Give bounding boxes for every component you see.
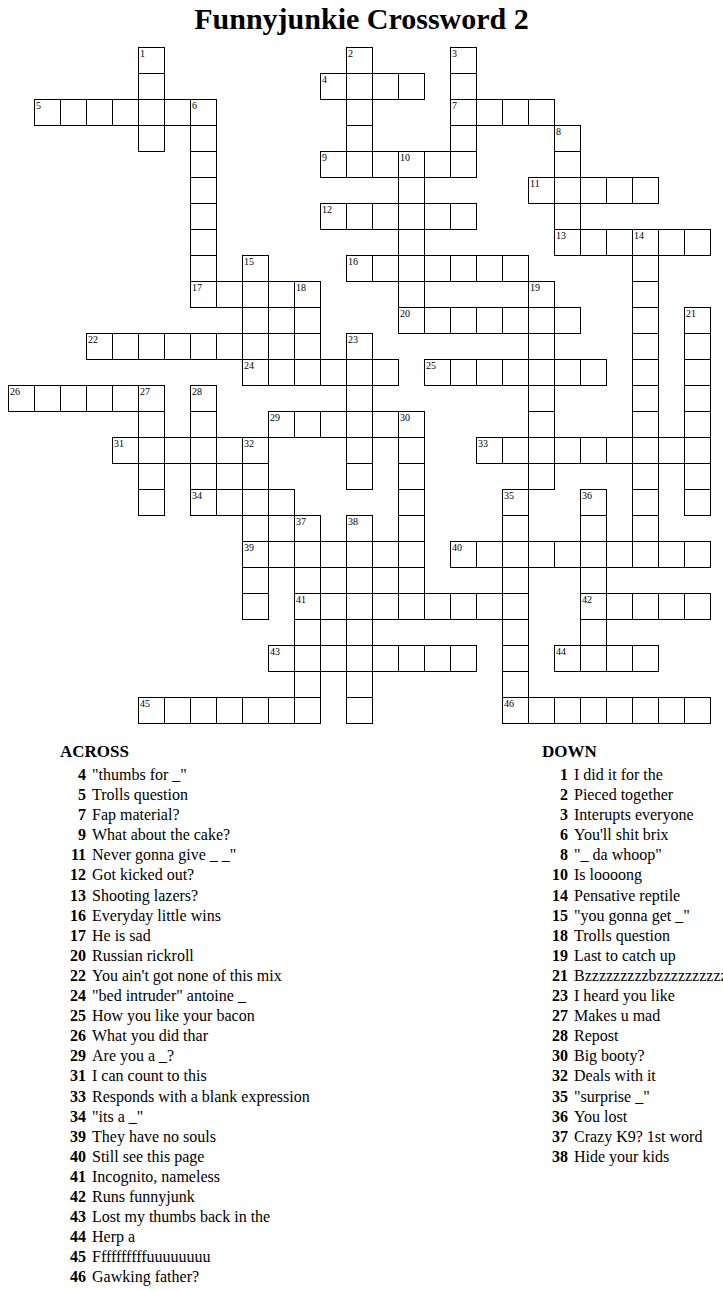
grid-cell[interactable] [580, 177, 607, 204]
grid-cell[interactable] [476, 541, 503, 568]
cell-number: 29 [270, 413, 280, 423]
grid-cell[interactable] [658, 229, 685, 256]
grid-cell[interactable] [372, 255, 399, 282]
grid-cell[interactable] [34, 385, 61, 412]
cell-number: 17 [192, 283, 202, 293]
grid-cell[interactable] [164, 333, 191, 360]
grid-cell[interactable] [606, 177, 633, 204]
clue-number: 37 [540, 1127, 568, 1147]
grid-cell[interactable] [294, 697, 321, 724]
grid-cell[interactable] [190, 177, 217, 204]
grid-cell[interactable] [580, 229, 607, 256]
grid-cell[interactable] [112, 385, 139, 412]
clue-text: Still see this page [92, 1147, 204, 1167]
grid-cell[interactable] [580, 437, 607, 464]
clue-item: 34"its a _" [58, 1107, 478, 1127]
grid-cell[interactable] [242, 463, 269, 490]
grid-cell[interactable] [528, 411, 555, 438]
grid-cell[interactable] [502, 541, 529, 568]
grid-cell[interactable] [372, 73, 399, 100]
down-clue-list: 1I did it for the2Pieced together3Interu… [540, 765, 723, 1167]
grid-cell[interactable] [60, 385, 87, 412]
clue-text: Gawking father? [92, 1267, 199, 1287]
clue-number: 35 [540, 1087, 568, 1107]
grid-cell[interactable] [502, 437, 529, 464]
clue-text: You'll shit brix [574, 825, 669, 845]
grid-cell[interactable] [346, 619, 373, 646]
clue-number: 1 [540, 765, 568, 785]
grid-cell[interactable] [580, 619, 607, 646]
grid-cell[interactable] [242, 567, 269, 594]
grid-cell[interactable] [112, 99, 139, 126]
grid-cell[interactable] [606, 645, 633, 672]
grid-cell[interactable] [346, 645, 373, 672]
clue-number: 26 [58, 1026, 86, 1046]
grid-cell[interactable] [216, 333, 243, 360]
grid-cell[interactable] [346, 697, 373, 724]
grid-cell[interactable] [554, 307, 581, 334]
cell-number: 32 [244, 439, 254, 449]
grid-cell[interactable] [242, 515, 269, 542]
grid-cell[interactable] [684, 463, 711, 490]
grid-cell[interactable] [138, 411, 165, 438]
grid-cell[interactable] [684, 437, 711, 464]
grid-cell[interactable] [398, 203, 425, 230]
grid-cell[interactable] [294, 645, 321, 672]
grid-cell[interactable] [606, 697, 633, 724]
grid-cell[interactable] [242, 697, 269, 724]
grid-cell[interactable] [424, 593, 451, 620]
grid-cell[interactable] [450, 645, 477, 672]
clue-item: 35"surprise _" [540, 1087, 723, 1107]
grid-cell[interactable] [424, 645, 451, 672]
grid-cell[interactable] [528, 359, 555, 386]
grid-cell[interactable] [190, 125, 217, 152]
grid-cell[interactable] [580, 359, 607, 386]
clue-text: Incognito, nameless [92, 1167, 220, 1187]
grid-cell[interactable] [190, 697, 217, 724]
grid-cell[interactable] [190, 203, 217, 230]
clue-number: 25 [58, 1006, 86, 1026]
grid-cell[interactable] [268, 333, 295, 360]
grid-cell[interactable] [242, 333, 269, 360]
grid-cell[interactable] [632, 281, 659, 308]
grid-cell[interactable] [372, 645, 399, 672]
grid-cell[interactable] [138, 99, 165, 126]
grid-cell[interactable] [346, 151, 373, 178]
grid-cell[interactable] [554, 541, 581, 568]
clue-text: Trolls question [574, 926, 670, 946]
grid-cell[interactable] [372, 411, 399, 438]
clue-text: "_ da whoop" [574, 845, 662, 865]
clue-item: 33Responds with a blank expression [58, 1087, 478, 1107]
grid-cell[interactable] [164, 99, 191, 126]
grid-cell[interactable] [554, 177, 581, 204]
clue-number: 11 [58, 845, 86, 865]
clue-text: Last to catch up [574, 946, 676, 966]
cell-number: 20 [400, 309, 410, 319]
grid-cell[interactable] [138, 333, 165, 360]
grid-cell[interactable] [450, 73, 477, 100]
grid-cell[interactable] [398, 515, 425, 542]
grid-cell[interactable] [138, 463, 165, 490]
grid-cell[interactable] [632, 541, 659, 568]
grid-cell[interactable] [268, 697, 295, 724]
grid-cell[interactable] [346, 567, 373, 594]
cell-number: 41 [296, 595, 306, 605]
grid-cell[interactable] [86, 385, 113, 412]
grid-cell[interactable] [450, 151, 477, 178]
grid-cell[interactable] [528, 333, 555, 360]
grid-cell[interactable] [138, 437, 165, 464]
clue-text: Big booty? [574, 1046, 645, 1066]
clue-text: He is sad [92, 926, 151, 946]
grid-cell[interactable] [684, 697, 711, 724]
grid-cell[interactable] [138, 73, 165, 100]
clue-number: 45 [58, 1247, 86, 1267]
clue-item: 36You lost [540, 1107, 723, 1127]
grid-cell[interactable] [554, 359, 581, 386]
clue-item: 3Interupts everyone [540, 805, 723, 825]
clue-item: 26What you did thar [58, 1026, 478, 1046]
grid-cell[interactable] [528, 463, 555, 490]
grid-cell[interactable] [294, 411, 321, 438]
grid-cell[interactable] [372, 151, 399, 178]
grid-cell[interactable] [242, 593, 269, 620]
clue-text: Pieced together [574, 785, 673, 805]
grid-cell[interactable] [398, 437, 425, 464]
clue-number: 33 [58, 1087, 86, 1107]
grid-cell[interactable] [424, 307, 451, 334]
clue-item: 41Incognito, nameless [58, 1167, 478, 1187]
grid-cell[interactable] [502, 619, 529, 646]
grid-cell[interactable] [268, 281, 295, 308]
clue-item: 27Makes u mad [540, 1006, 723, 1026]
cell-number: 26 [10, 387, 20, 397]
clue-item: 18Trolls question [540, 926, 723, 946]
grid-cell[interactable] [346, 671, 373, 698]
clue-item: 6You'll shit brix [540, 825, 723, 845]
grid-cell[interactable] [450, 593, 477, 620]
cell-number: 46 [504, 699, 514, 709]
grid-cell[interactable] [320, 359, 347, 386]
grid-cell[interactable] [502, 99, 529, 126]
clue-text: "bed intruder" antoine _ [92, 986, 246, 1006]
clue-item: 31I can count to this [58, 1066, 478, 1086]
grid-cell[interactable] [554, 151, 581, 178]
cell-number: 44 [556, 647, 566, 657]
grid-cell[interactable] [502, 593, 529, 620]
grid-cell[interactable] [606, 541, 633, 568]
grid-cell[interactable] [346, 411, 373, 438]
grid-cell[interactable] [372, 593, 399, 620]
grid-cell[interactable] [398, 463, 425, 490]
cell-number: 5 [36, 101, 41, 111]
grid-cell[interactable] [632, 307, 659, 334]
grid-cell[interactable] [398, 645, 425, 672]
grid-cell[interactable] [372, 203, 399, 230]
cell-number: 40 [452, 543, 462, 553]
cell-number: 28 [192, 387, 202, 397]
grid-cell[interactable] [320, 541, 347, 568]
grid-cell[interactable] [528, 307, 555, 334]
grid-cell[interactable] [632, 463, 659, 490]
clue-item: 38Hide your kids [540, 1147, 723, 1167]
grid-cell[interactable] [450, 125, 477, 152]
grid-cell[interactable] [528, 437, 555, 464]
grid-cell[interactable] [216, 697, 243, 724]
grid-cell[interactable] [190, 437, 217, 464]
clue-number: 43 [58, 1207, 86, 1227]
grid-cell[interactable] [502, 671, 529, 698]
clue-number: 28 [540, 1026, 568, 1046]
grid-cell[interactable] [528, 541, 555, 568]
grid-cell[interactable] [346, 125, 373, 152]
grid-cell[interactable] [60, 99, 87, 126]
clue-text: You lost [574, 1107, 627, 1127]
grid-cell[interactable] [398, 281, 425, 308]
cell-number: 34 [192, 491, 202, 501]
grid-cell[interactable] [684, 411, 711, 438]
clue-text: Everyday little wins [92, 906, 221, 926]
grid-cell[interactable] [190, 333, 217, 360]
cell-number: 8 [556, 127, 561, 137]
grid-cell[interactable] [138, 489, 165, 516]
clue-item: 1I did it for the [540, 765, 723, 785]
grid-cell[interactable] [294, 671, 321, 698]
grid-cell[interactable] [320, 645, 347, 672]
grid-cell[interactable] [528, 99, 555, 126]
grid-cell[interactable] [658, 437, 685, 464]
grid-cell[interactable] [242, 489, 269, 516]
clue-number: 40 [58, 1147, 86, 1167]
grid-cell[interactable] [190, 411, 217, 438]
grid-cell[interactable] [398, 489, 425, 516]
grid-cell[interactable] [398, 177, 425, 204]
grid-cell[interactable] [476, 359, 503, 386]
grid-cell[interactable] [554, 437, 581, 464]
clue-number: 46 [58, 1267, 86, 1287]
grid-cell[interactable] [346, 73, 373, 100]
grid-cell[interactable] [294, 359, 321, 386]
grid-cell[interactable] [398, 255, 425, 282]
grid-cell[interactable] [346, 593, 373, 620]
grid-cell[interactable] [86, 99, 113, 126]
grid-cell[interactable] [320, 411, 347, 438]
grid-cell[interactable] [476, 307, 503, 334]
cell-number: 22 [88, 335, 98, 345]
grid-cell[interactable] [632, 515, 659, 542]
grid-cell[interactable] [190, 463, 217, 490]
grid-cell[interactable] [424, 151, 451, 178]
clue-text: Ffffffffffuuuuuuuu [92, 1247, 211, 1267]
grid-cell[interactable] [216, 281, 243, 308]
grid-cell[interactable] [242, 307, 269, 334]
clue-text: Is loooong [574, 865, 642, 885]
grid-cell[interactable] [294, 541, 321, 568]
cell-number: 2 [348, 49, 353, 59]
grid-cell[interactable] [346, 203, 373, 230]
grid-cell[interactable] [112, 333, 139, 360]
grid-cell[interactable] [398, 229, 425, 256]
clue-number: 12 [58, 865, 86, 885]
grid-cell[interactable] [476, 255, 503, 282]
grid-cell[interactable] [554, 203, 581, 230]
clue-item: 11Never gonna give _ _" [58, 845, 478, 865]
clue-text: Crazy K9? 1st word [574, 1127, 702, 1147]
grid-cell[interactable] [580, 697, 607, 724]
grid-cell[interactable] [294, 333, 321, 360]
grid-cell[interactable] [580, 567, 607, 594]
grid-cell[interactable] [632, 333, 659, 360]
grid-cell[interactable] [528, 385, 555, 412]
clue-item: 22You ain't got none of this mix [58, 966, 478, 986]
cell-number: 14 [634, 231, 644, 241]
grid-cell[interactable] [424, 203, 451, 230]
clue-number: 9 [58, 825, 86, 845]
grid-cell[interactable] [372, 359, 399, 386]
clue-number: 17 [58, 926, 86, 946]
grid-cell[interactable] [398, 541, 425, 568]
grid-cell[interactable] [268, 541, 295, 568]
grid-cell[interactable] [502, 515, 529, 542]
grid-cell[interactable] [632, 255, 659, 282]
grid-cell[interactable] [632, 437, 659, 464]
grid-cell[interactable] [450, 359, 477, 386]
clue-item: 44Herp a [58, 1227, 478, 1247]
clue-number: 24 [58, 986, 86, 1006]
clue-text: You ain't got none of this mix [92, 966, 282, 986]
clue-item: 4"thumbs for _" [58, 765, 478, 785]
grid-cell[interactable] [684, 385, 711, 412]
clue-text: Shooting lazers? [92, 886, 198, 906]
grid-cell[interactable] [164, 697, 191, 724]
grid-cell[interactable] [684, 333, 711, 360]
clue-number: 14 [540, 886, 568, 906]
cell-number: 25 [426, 361, 436, 371]
clue-item: 7Fap material? [58, 805, 478, 825]
grid-cell[interactable] [580, 515, 607, 542]
clue-item: 16Everyday little wins [58, 906, 478, 926]
grid-cell[interactable] [632, 177, 659, 204]
grid-cell[interactable] [346, 385, 373, 412]
grid-cell[interactable] [658, 697, 685, 724]
clue-number: 27 [540, 1006, 568, 1026]
grid-cell[interactable] [658, 541, 685, 568]
clue-item: 20Russian rickroll [58, 946, 478, 966]
cell-number: 27 [140, 387, 150, 397]
grid-cell[interactable] [190, 229, 217, 256]
grid-cell[interactable] [632, 697, 659, 724]
grid-cell[interactable] [606, 593, 633, 620]
grid-cell[interactable] [294, 307, 321, 334]
grid-cell[interactable] [502, 307, 529, 334]
grid-cell[interactable] [398, 73, 425, 100]
grid-cell[interactable] [424, 255, 451, 282]
grid-cell[interactable] [450, 255, 477, 282]
grid-cell[interactable] [476, 593, 503, 620]
grid-cell[interactable] [684, 593, 711, 620]
grid-cell[interactable] [476, 99, 503, 126]
across-clues: ACROSS 4"thumbs for _"5Trolls question7F… [58, 741, 478, 1287]
grid-cell[interactable] [294, 619, 321, 646]
grid-cell[interactable] [216, 489, 243, 516]
grid-cell[interactable] [346, 437, 373, 464]
clue-text: Herp a [92, 1227, 135, 1247]
clue-number: 30 [540, 1046, 568, 1066]
clue-item: 37Crazy K9? 1st word [540, 1127, 723, 1147]
clue-text: Makes u mad [574, 1006, 660, 1026]
grid-cell[interactable] [502, 255, 529, 282]
grid-cell[interactable] [346, 99, 373, 126]
grid-cell[interactable] [190, 255, 217, 282]
grid-cell[interactable] [632, 385, 659, 412]
grid-cell[interactable] [268, 359, 295, 386]
clue-number: 16 [58, 906, 86, 926]
grid-cell[interactable] [450, 307, 477, 334]
clue-item: 45Ffffffffffuuuuuuuu [58, 1247, 478, 1267]
grid-cell[interactable] [502, 567, 529, 594]
grid-cell[interactable] [632, 411, 659, 438]
clue-item: 39They have no souls [58, 1127, 478, 1147]
grid-cell[interactable] [320, 593, 347, 620]
grid-cell[interactable] [216, 437, 243, 464]
grid-cell[interactable] [632, 593, 659, 620]
grid-cell[interactable] [398, 567, 425, 594]
grid-cell[interactable] [684, 229, 711, 256]
clue-number: 8 [540, 845, 568, 865]
grid-cell[interactable] [528, 697, 555, 724]
grid-cell[interactable] [606, 437, 633, 464]
grid-cell[interactable] [268, 489, 295, 516]
grid-cell[interactable] [450, 203, 477, 230]
clue-number: 42 [58, 1187, 86, 1207]
down-header: DOWN [542, 741, 723, 762]
grid-cell[interactable] [294, 567, 321, 594]
clue-item: 10Is loooong [540, 865, 723, 885]
grid-cell[interactable] [398, 593, 425, 620]
clue-text: Trolls question [92, 785, 188, 805]
grid-cell[interactable] [632, 489, 659, 516]
grid-cell[interactable] [684, 541, 711, 568]
grid-cell[interactable] [164, 437, 191, 464]
clue-text: "surprise _" [574, 1087, 650, 1107]
grid-cell[interactable] [580, 541, 607, 568]
grid-cell[interactable] [632, 359, 659, 386]
grid-cell[interactable] [684, 359, 711, 386]
grid-cell[interactable] [372, 541, 399, 568]
grid-cell[interactable] [580, 645, 607, 672]
grid-cell[interactable] [632, 645, 659, 672]
grid-cell[interactable] [346, 541, 373, 568]
clue-item: 42Runs funnyjunk [58, 1187, 478, 1207]
grid-cell[interactable] [190, 151, 217, 178]
cell-number: 18 [296, 283, 306, 293]
clue-number: 5 [58, 785, 86, 805]
grid-cell[interactable] [138, 125, 165, 152]
grid-cell[interactable] [502, 359, 529, 386]
grid-cell[interactable] [606, 229, 633, 256]
crossword-grid: 4579111213161720222425262931333439404142… [8, 47, 712, 725]
grid-cell[interactable] [346, 359, 373, 386]
grid-cell[interactable] [346, 463, 373, 490]
grid-cell[interactable] [658, 593, 685, 620]
grid-cell[interactable] [554, 697, 581, 724]
grid-cell[interactable] [684, 489, 711, 516]
cell-number: 16 [348, 257, 358, 267]
grid-cell[interactable] [242, 281, 269, 308]
grid-cell[interactable] [502, 645, 529, 672]
